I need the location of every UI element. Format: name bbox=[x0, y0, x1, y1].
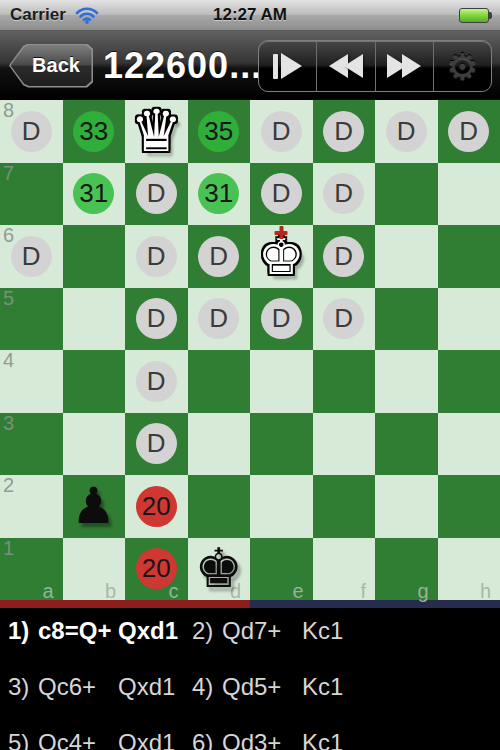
black-move: Qxd1 bbox=[118, 728, 175, 750]
square-b8[interactable]: 33 bbox=[63, 100, 126, 163]
eval-marker-c6: D bbox=[136, 236, 177, 277]
rank-label-7: 7 bbox=[3, 162, 14, 185]
square-d7[interactable]: 31 bbox=[188, 163, 251, 226]
square-f5[interactable]: D bbox=[313, 288, 376, 351]
gear-icon: ⚙ bbox=[446, 46, 478, 87]
rank-label-2: 2 bbox=[3, 474, 14, 497]
square-c5[interactable]: D bbox=[125, 288, 188, 351]
white-move: Qd3+ bbox=[222, 728, 298, 750]
rewind-button[interactable] bbox=[316, 41, 374, 91]
move-pair-1[interactable]: 1)c8=Q+Qxd1 bbox=[8, 616, 192, 646]
rewind-icon bbox=[329, 54, 363, 78]
square-a2[interactable]: 2 bbox=[0, 475, 63, 538]
square-e6[interactable]: ♚ bbox=[250, 225, 313, 288]
square-c3[interactable]: D bbox=[125, 413, 188, 476]
move-number: 3) bbox=[8, 672, 38, 702]
eval-marker-e7: D bbox=[261, 173, 302, 214]
square-a1[interactable]: 1a bbox=[0, 538, 63, 601]
status-bar: Carrier 12:27 AM bbox=[0, 0, 500, 31]
square-a7[interactable]: 7 bbox=[0, 163, 63, 226]
move-number: 4) bbox=[192, 672, 222, 702]
square-h7[interactable] bbox=[438, 163, 500, 226]
eval-marker-e8: D bbox=[261, 111, 302, 152]
back-button-label: Back bbox=[32, 54, 80, 77]
back-button[interactable]: Back bbox=[9, 44, 93, 88]
square-h5[interactable] bbox=[438, 288, 500, 351]
step-forward-icon bbox=[273, 53, 302, 79]
rank-label-8: 8 bbox=[3, 99, 14, 122]
playback-controls: ⚙ bbox=[258, 40, 492, 92]
square-c2[interactable]: 20 bbox=[125, 475, 188, 538]
white-move: c8=Q+ bbox=[38, 616, 114, 646]
eval-marker-c2: 20 bbox=[136, 486, 177, 527]
eval-marker-a8: D bbox=[11, 111, 52, 152]
square-e2[interactable] bbox=[250, 475, 313, 538]
square-g6[interactable] bbox=[375, 225, 438, 288]
square-e3[interactable] bbox=[250, 413, 313, 476]
square-e7[interactable]: D bbox=[250, 163, 313, 226]
move-pair-6[interactable]: 6)Qd3+Kc1 bbox=[192, 728, 343, 750]
rank-label-1: 1 bbox=[3, 537, 14, 560]
square-a4[interactable]: 4 bbox=[0, 350, 63, 413]
progress-bar-remaining bbox=[250, 600, 500, 608]
move-pair-2[interactable]: 2)Qd7+Kc1 bbox=[192, 616, 343, 646]
black-move: Qxd1 bbox=[118, 616, 178, 646]
eval-marker-f8: D bbox=[323, 111, 364, 152]
red-cross-icon bbox=[275, 226, 288, 239]
square-h8[interactable]: D bbox=[438, 100, 500, 163]
square-c4[interactable]: D bbox=[125, 350, 188, 413]
file-label-a: a bbox=[42, 580, 53, 603]
white-queen-piece: ♛ bbox=[130, 102, 182, 160]
black-move: Qxd1 bbox=[118, 672, 175, 702]
square-h6[interactable] bbox=[438, 225, 500, 288]
move-row: 5)Qc4+Qxd16)Qd3+Kc1 bbox=[8, 728, 500, 750]
square-c7[interactable]: D bbox=[125, 163, 188, 226]
black-move: Kc1 bbox=[302, 616, 343, 646]
move-list: 1)c8=Q+Qxd12)Qd7+Kc13)Qc6+Qxd14)Qd5+Kc15… bbox=[0, 608, 500, 750]
square-b7[interactable]: 31 bbox=[63, 163, 126, 226]
eval-marker-f7: D bbox=[323, 173, 364, 214]
eval-marker-c5: D bbox=[136, 298, 177, 339]
square-g7[interactable] bbox=[375, 163, 438, 226]
square-g8[interactable]: D bbox=[375, 100, 438, 163]
eval-marker-d8: 35 bbox=[198, 111, 239, 152]
square-b6[interactable] bbox=[63, 225, 126, 288]
eval-marker-g8: D bbox=[386, 111, 427, 152]
eval-marker-a6: D bbox=[11, 236, 52, 277]
battery-icon bbox=[459, 8, 492, 23]
square-a5[interactable]: 5 bbox=[0, 288, 63, 351]
eval-marker-b7: 31 bbox=[73, 173, 114, 214]
file-label-b: b bbox=[105, 580, 116, 603]
square-h4[interactable] bbox=[438, 350, 500, 413]
eval-marker-c7: D bbox=[136, 173, 177, 214]
square-g2[interactable] bbox=[375, 475, 438, 538]
black-pawn-piece: ♟ bbox=[71, 481, 116, 531]
square-e1[interactable]: e bbox=[250, 538, 313, 601]
eval-marker-c4: D bbox=[136, 361, 177, 402]
white-move: Qd5+ bbox=[222, 672, 298, 702]
white-move: Qc6+ bbox=[38, 672, 114, 702]
square-h3[interactable] bbox=[438, 413, 500, 476]
rank-label-3: 3 bbox=[3, 412, 14, 435]
square-f4[interactable] bbox=[313, 350, 376, 413]
square-d8[interactable]: 35 bbox=[188, 100, 251, 163]
white-move: Qd7+ bbox=[222, 616, 298, 646]
square-f6[interactable]: D bbox=[313, 225, 376, 288]
eval-marker-d6: D bbox=[198, 236, 239, 277]
fast-forward-icon bbox=[387, 54, 421, 78]
black-move: Kc1 bbox=[302, 728, 343, 750]
move-pair-3[interactable]: 3)Qc6+Qxd1 bbox=[8, 672, 192, 702]
chess-board: 8D33♛35DDDD731D31DD6DDD♚D5DDDD4D3D2♟201a… bbox=[0, 100, 500, 600]
square-g3[interactable] bbox=[375, 413, 438, 476]
square-a6[interactable]: 6D bbox=[0, 225, 63, 288]
square-f8[interactable]: D bbox=[313, 100, 376, 163]
eval-marker-f5: D bbox=[323, 298, 364, 339]
eval-marker-b8: 33 bbox=[73, 111, 114, 152]
eval-marker-c3: D bbox=[136, 423, 177, 464]
move-pair-5[interactable]: 5)Qc4+Qxd1 bbox=[8, 728, 192, 750]
square-d1[interactable]: d♚ bbox=[188, 538, 251, 601]
rank-label-5: 5 bbox=[3, 287, 14, 310]
settings-button[interactable]: ⚙ bbox=[433, 41, 491, 91]
square-a3[interactable]: 3 bbox=[0, 413, 63, 476]
square-c8[interactable]: ♛ bbox=[125, 100, 188, 163]
square-d4[interactable] bbox=[188, 350, 251, 413]
square-h2[interactable] bbox=[438, 475, 500, 538]
file-label-e: e bbox=[292, 580, 303, 603]
square-f1[interactable]: f bbox=[313, 538, 376, 601]
file-label-c: c bbox=[169, 580, 179, 603]
move-number: 2) bbox=[192, 616, 222, 646]
move-pair-4[interactable]: 4)Qd5+Kc1 bbox=[192, 672, 343, 702]
eval-marker-f6: D bbox=[323, 236, 364, 277]
square-e4[interactable] bbox=[250, 350, 313, 413]
fast-forward-button[interactable] bbox=[375, 41, 433, 91]
rank-label-6: 6 bbox=[3, 224, 14, 247]
move-row: 1)c8=Q+Qxd12)Qd7+Kc1 bbox=[8, 616, 500, 646]
square-b3[interactable] bbox=[63, 413, 126, 476]
square-d5[interactable]: D bbox=[188, 288, 251, 351]
square-f2[interactable] bbox=[313, 475, 376, 538]
square-b1[interactable]: b bbox=[63, 538, 126, 601]
square-d2[interactable] bbox=[188, 475, 251, 538]
square-g5[interactable] bbox=[375, 288, 438, 351]
square-f7[interactable]: D bbox=[313, 163, 376, 226]
black-king-piece: ♚ bbox=[195, 542, 243, 596]
file-label-f: f bbox=[360, 580, 366, 603]
square-a8[interactable]: 8D bbox=[0, 100, 63, 163]
square-h1[interactable]: h bbox=[438, 538, 500, 601]
move-row: 3)Qc6+Qxd14)Qd5+Kc1 bbox=[8, 672, 500, 702]
eval-marker-h8: D bbox=[448, 111, 489, 152]
rank-label-4: 4 bbox=[3, 349, 14, 372]
square-d6[interactable]: D bbox=[188, 225, 251, 288]
eval-marker-d5: D bbox=[198, 298, 239, 339]
square-b4[interactable] bbox=[63, 350, 126, 413]
move-number: 5) bbox=[8, 728, 38, 750]
square-c6[interactable]: D bbox=[125, 225, 188, 288]
square-f3[interactable] bbox=[313, 413, 376, 476]
square-d3[interactable] bbox=[188, 413, 251, 476]
square-g4[interactable] bbox=[375, 350, 438, 413]
clock: 12:27 AM bbox=[0, 5, 500, 25]
square-g1[interactable]: g bbox=[375, 538, 438, 601]
square-b2[interactable]: ♟ bbox=[63, 475, 126, 538]
square-c1[interactable]: c20 bbox=[125, 538, 188, 601]
white-move: Qc4+ bbox=[38, 728, 114, 750]
step-forward-button[interactable] bbox=[259, 41, 316, 91]
square-e5[interactable]: D bbox=[250, 288, 313, 351]
black-move: Kc1 bbox=[302, 672, 343, 702]
nav-bar: Back 122600... ⚙ bbox=[0, 31, 500, 100]
move-number: 1) bbox=[8, 616, 38, 646]
eval-marker-e5: D bbox=[261, 298, 302, 339]
move-number: 6) bbox=[192, 728, 222, 750]
file-label-g: g bbox=[417, 580, 428, 603]
square-b5[interactable] bbox=[63, 288, 126, 351]
square-e8[interactable]: D bbox=[250, 100, 313, 163]
file-label-h: h bbox=[480, 580, 491, 603]
page-title: 122600... bbox=[103, 45, 262, 87]
eval-marker-d7: 31 bbox=[198, 173, 239, 214]
progress-bar-played bbox=[0, 600, 250, 608]
